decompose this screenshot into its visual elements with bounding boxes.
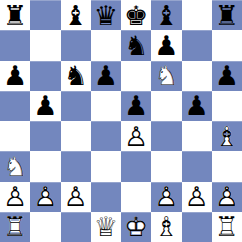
black-bishop-glyph: ♝ [61,0,91,30]
piece-white-pawn[interactable]: ♟♙ [121,121,151,151]
piece-white-pawn[interactable]: ♟♙ [61,182,91,212]
black-pawn-glyph: ♟ [0,61,30,91]
square-c6[interactable]: ♞ [61,61,91,91]
square-a5[interactable] [0,91,30,121]
piece-white-rook[interactable]: ♜♖ [0,212,30,242]
white-pawn-glyph: ♟ [182,182,212,212]
piece-black-pawn[interactable]: ♟ [30,91,60,121]
piece-black-rook[interactable]: ♜ [0,0,30,30]
square-e8[interactable]: ♚ [121,0,151,30]
square-c2[interactable]: ♟♙ [61,182,91,212]
piece-white-pawn[interactable]: ♟♙ [30,182,60,212]
square-b6[interactable] [30,61,60,91]
square-a8[interactable]: ♜ [0,0,30,30]
square-g1[interactable] [182,212,212,242]
piece-black-king[interactable]: ♚ [121,0,151,30]
white-pawn-outline: ♙ [30,182,60,212]
white-rook-glyph: ♜ [0,212,30,242]
black-pawn-glyph: ♟ [151,30,181,60]
white-bishop-outline: ♗ [151,212,181,242]
square-b7[interactable] [30,30,60,60]
piece-black-pawn[interactable]: ♟ [91,61,121,91]
white-bishop-glyph: ♝ [151,212,181,242]
square-h7[interactable] [212,30,242,60]
square-d4[interactable] [91,121,121,151]
piece-black-knight[interactable]: ♞ [61,61,91,91]
square-h6[interactable]: ♟ [212,61,242,91]
white-bishop-glyph: ♝ [212,121,242,151]
square-d7[interactable] [91,30,121,60]
piece-white-pawn[interactable]: ♟♙ [0,182,30,212]
white-pawn-outline: ♙ [61,182,91,212]
black-pawn-glyph: ♟ [212,61,242,91]
square-a6[interactable]: ♟ [0,61,30,91]
square-h8[interactable]: ♜ [212,0,242,30]
square-d6[interactable]: ♟ [91,61,121,91]
piece-white-queen[interactable]: ♛♕ [91,212,121,242]
square-b1[interactable] [30,212,60,242]
piece-black-rook[interactable]: ♜ [212,0,242,30]
piece-black-pawn[interactable]: ♟ [212,61,242,91]
square-g8[interactable] [182,0,212,30]
chess-diagram: ♜♝♛♚♝♜♞♟♟♞♟♞♘♟♟♟♟♟♙♝♗♞♘♟♙♟♙♟♙♟♙♟♙♟♙♜♖♛♕♚… [0,0,242,242]
square-c3[interactable] [61,151,91,181]
square-h1[interactable]: ♜♖ [212,212,242,242]
square-a3[interactable]: ♞♘ [0,151,30,181]
square-e7[interactable]: ♞ [121,30,151,60]
black-king-glyph: ♚ [121,0,151,30]
square-e2[interactable] [121,182,151,212]
black-bishop-glyph: ♝ [151,0,181,30]
square-c1[interactable] [61,212,91,242]
square-c5[interactable] [61,91,91,121]
square-e6[interactable] [121,61,151,91]
piece-black-bishop[interactable]: ♝ [151,0,181,30]
square-f5[interactable] [151,91,181,121]
square-g4[interactable] [182,121,212,151]
square-b8[interactable] [30,0,60,30]
white-pawn-glyph: ♟ [30,182,60,212]
piece-black-pawn[interactable]: ♟ [151,30,181,60]
piece-white-pawn[interactable]: ♟♙ [151,182,181,212]
white-knight-glyph: ♞ [151,61,181,91]
square-f6[interactable]: ♞♘ [151,61,181,91]
piece-black-pawn[interactable]: ♟ [0,61,30,91]
white-rook-outline: ♖ [212,212,242,242]
square-a1[interactable]: ♜♖ [0,212,30,242]
square-d8[interactable]: ♛ [91,0,121,30]
white-pawn-glyph: ♟ [151,182,181,212]
white-knight-glyph: ♞ [0,151,30,181]
piece-black-pawn[interactable]: ♟ [121,91,151,121]
black-pawn-glyph: ♟ [30,91,60,121]
piece-white-bishop[interactable]: ♝♗ [212,121,242,151]
piece-black-pawn[interactable]: ♟ [182,91,212,121]
black-queen-glyph: ♛ [91,0,121,30]
square-d5[interactable] [91,91,121,121]
white-rook-outline: ♖ [0,212,30,242]
square-e4[interactable]: ♟♙ [121,121,151,151]
white-king-glyph: ♚ [121,212,151,242]
square-e1[interactable]: ♚♔ [121,212,151,242]
black-pawn-glyph: ♟ [121,91,151,121]
square-f1[interactable]: ♝♗ [151,212,181,242]
white-pawn-glyph: ♟ [0,182,30,212]
black-pawn-glyph: ♟ [91,61,121,91]
black-knight-glyph: ♞ [61,61,91,91]
square-e5[interactable]: ♟ [121,91,151,121]
white-pawn-glyph: ♟ [212,182,242,212]
square-a2[interactable]: ♟♙ [0,182,30,212]
square-b5[interactable]: ♟ [30,91,60,121]
square-d2[interactable] [91,182,121,212]
black-knight-glyph: ♞ [121,30,151,60]
piece-white-bishop[interactable]: ♝♗ [151,212,181,242]
square-b2[interactable]: ♟♙ [30,182,60,212]
square-f4[interactable] [151,121,181,151]
square-a7[interactable] [0,30,30,60]
square-h5[interactable] [212,91,242,121]
white-pawn-outline: ♙ [0,182,30,212]
square-h4[interactable]: ♝♗ [212,121,242,151]
square-f3[interactable] [151,151,181,181]
square-a4[interactable] [0,121,30,151]
black-rook-glyph: ♜ [212,0,242,30]
square-b3[interactable] [30,151,60,181]
piece-white-rook[interactable]: ♜♖ [212,212,242,242]
piece-black-knight[interactable]: ♞ [121,30,151,60]
square-g7[interactable] [182,30,212,60]
square-h3[interactable] [212,151,242,181]
square-h2[interactable]: ♟♙ [212,182,242,212]
square-b4[interactable] [30,121,60,151]
white-rook-glyph: ♜ [212,212,242,242]
white-queen-glyph: ♛ [91,212,121,242]
piece-white-knight[interactable]: ♞♘ [0,151,30,181]
square-c7[interactable] [61,30,91,60]
black-rook-glyph: ♜ [0,0,30,30]
white-knight-outline: ♘ [151,61,181,91]
white-king-outline: ♔ [121,212,151,242]
white-pawn-outline: ♙ [182,182,212,212]
white-pawn-outline: ♙ [151,182,181,212]
white-pawn-outline: ♙ [212,182,242,212]
white-pawn-outline: ♙ [121,121,151,151]
square-g3[interactable] [182,151,212,181]
piece-white-pawn[interactable]: ♟♙ [182,182,212,212]
piece-black-queen[interactable]: ♛ [91,0,121,30]
piece-black-bishop[interactable]: ♝ [61,0,91,30]
square-g5[interactable]: ♟ [182,91,212,121]
square-d1[interactable]: ♛♕ [91,212,121,242]
piece-white-king[interactable]: ♚♔ [121,212,151,242]
piece-white-pawn[interactable]: ♟♙ [212,182,242,212]
piece-white-knight[interactable]: ♞♘ [151,61,181,91]
white-pawn-glyph: ♟ [61,182,91,212]
square-f7[interactable]: ♟ [151,30,181,60]
square-e3[interactable] [121,151,151,181]
white-knight-outline: ♘ [0,151,30,181]
square-c4[interactable] [61,121,91,151]
black-pawn-glyph: ♟ [182,91,212,121]
square-f8[interactable]: ♝ [151,0,181,30]
white-bishop-outline: ♗ [212,121,242,151]
square-g6[interactable] [182,61,212,91]
square-g2[interactable]: ♟♙ [182,182,212,212]
square-d3[interactable] [91,151,121,181]
square-c8[interactable]: ♝ [61,0,91,30]
white-queen-outline: ♕ [91,212,121,242]
chess-board: ♜♝♛♚♝♜♞♟♟♞♟♞♘♟♟♟♟♟♙♝♗♞♘♟♙♟♙♟♙♟♙♟♙♟♙♜♖♛♕♚… [0,0,242,242]
square-f2[interactable]: ♟♙ [151,182,181,212]
white-pawn-glyph: ♟ [121,121,151,151]
